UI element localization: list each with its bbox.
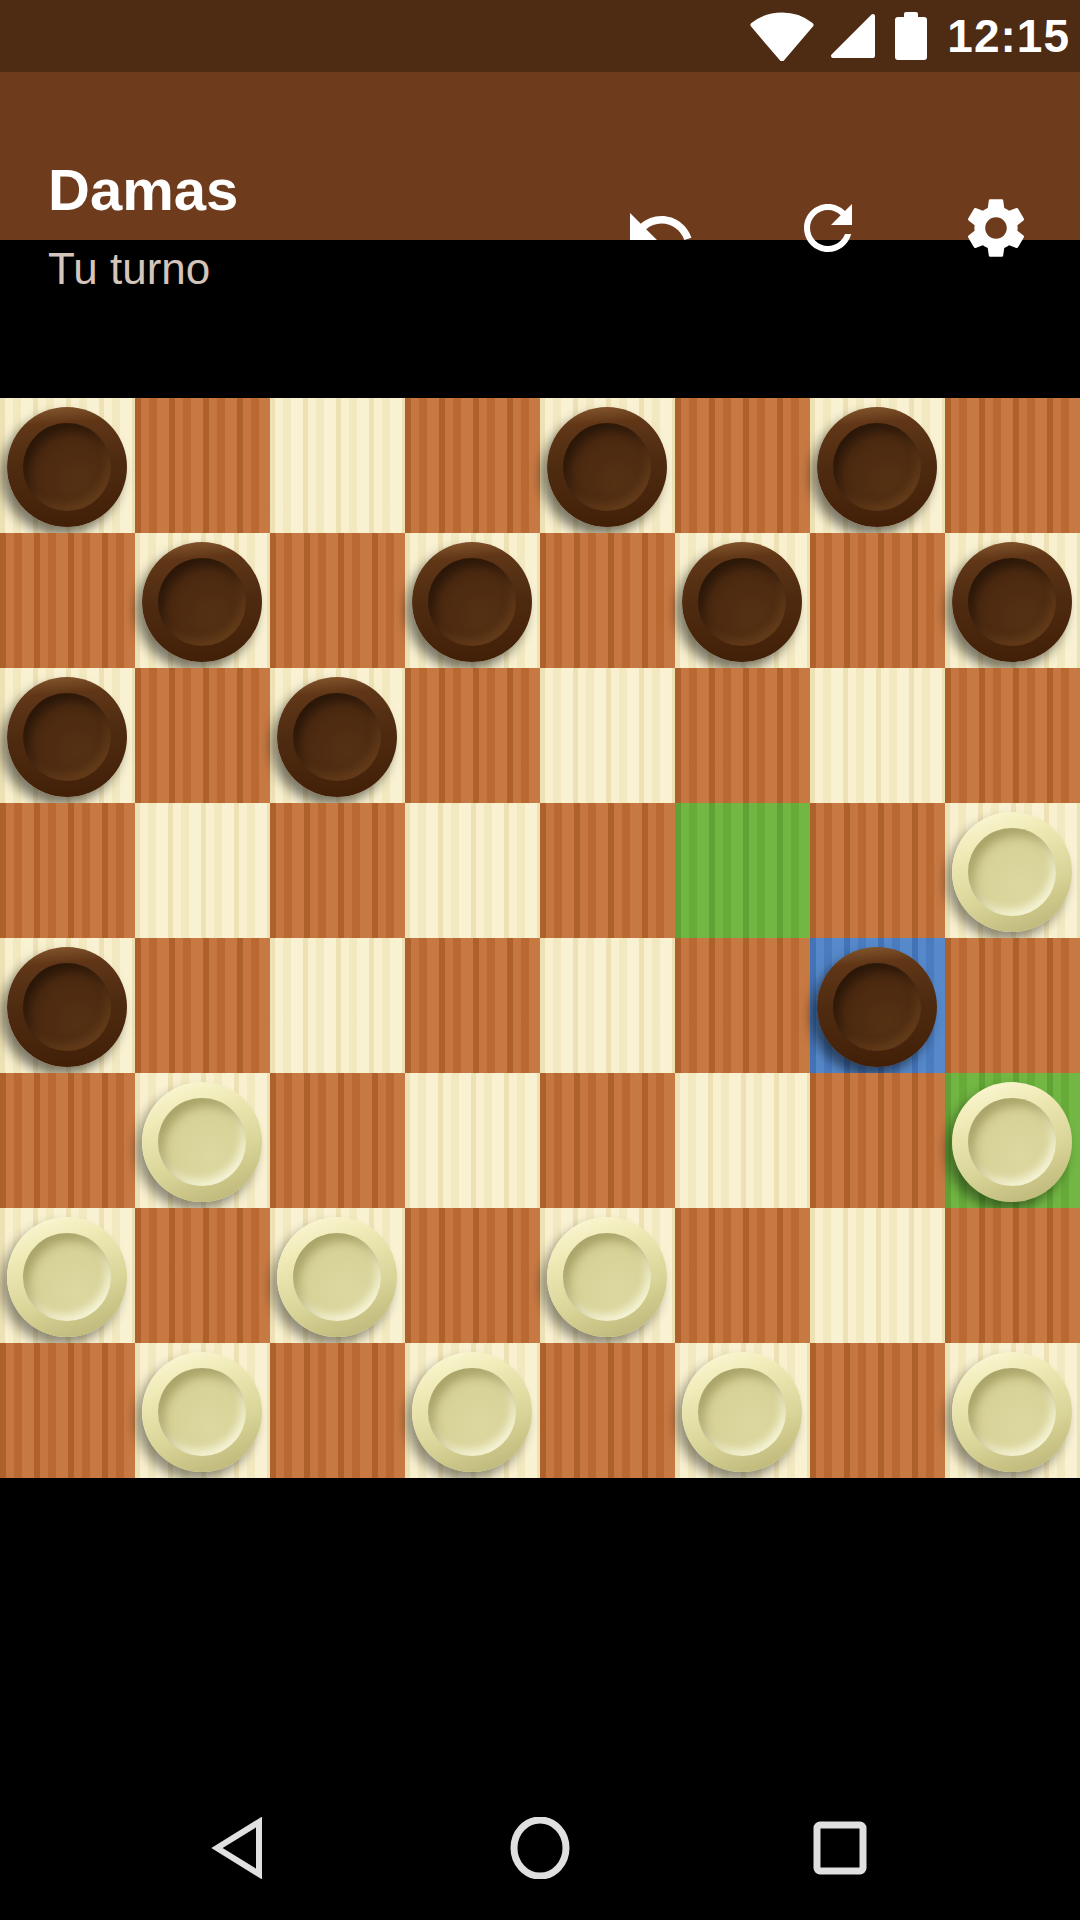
status-time: 12:15: [947, 0, 1070, 72]
square-r1c7[interactable]: [945, 533, 1080, 668]
turn-status-text: Tu turno: [48, 244, 210, 294]
piece-inner-ring: [833, 423, 921, 511]
nav-home-button[interactable]: [504, 1812, 576, 1884]
square-r2c7[interactable]: [945, 668, 1080, 803]
signal-icon: [829, 12, 877, 60]
square-r2c2[interactable]: [270, 668, 405, 803]
dark-piece[interactable]: [412, 542, 532, 662]
square-r2c1[interactable]: [135, 668, 270, 803]
square-r7c5[interactable]: [675, 1343, 810, 1478]
app-bar: Damas Tu turno: [0, 72, 1080, 240]
square-r6c4[interactable]: [540, 1208, 675, 1343]
square-r6c3[interactable]: [405, 1208, 540, 1343]
square-r5c2[interactable]: [270, 1073, 405, 1208]
square-r2c5[interactable]: [675, 668, 810, 803]
square-r3c1[interactable]: [135, 803, 270, 938]
square-r4c2[interactable]: [270, 938, 405, 1073]
app-title: Damas: [48, 158, 238, 222]
undo-button[interactable]: [624, 192, 696, 264]
square-r7c1[interactable]: [135, 1343, 270, 1478]
square-r1c6[interactable]: [810, 533, 945, 668]
piece-inner-ring: [158, 1098, 246, 1186]
square-r1c5[interactable]: [675, 533, 810, 668]
status-bar: 12:15: [0, 0, 1080, 72]
nav-back-button[interactable]: [201, 1812, 273, 1884]
piece-inner-ring: [158, 558, 246, 646]
square-r0c1[interactable]: [135, 398, 270, 533]
square-r4c4[interactable]: [540, 938, 675, 1073]
square-r5c4[interactable]: [540, 1073, 675, 1208]
light-piece[interactable]: [142, 1352, 262, 1472]
light-piece[interactable]: [277, 1217, 397, 1337]
square-r5c5[interactable]: [675, 1073, 810, 1208]
square-r0c3[interactable]: [405, 398, 540, 533]
square-r6c0[interactable]: [0, 1208, 135, 1343]
square-r1c2[interactable]: [270, 533, 405, 668]
square-r0c4[interactable]: [540, 398, 675, 533]
square-r5c1[interactable]: [135, 1073, 270, 1208]
square-r6c7[interactable]: [945, 1208, 1080, 1343]
square-r1c3[interactable]: [405, 533, 540, 668]
square-r1c0[interactable]: [0, 533, 135, 668]
square-r4c6[interactable]: [810, 938, 945, 1073]
square-r7c2[interactable]: [270, 1343, 405, 1478]
square-r4c0[interactable]: [0, 938, 135, 1073]
piece-inner-ring: [23, 693, 111, 781]
square-r2c4[interactable]: [540, 668, 675, 803]
piece-inner-ring: [23, 963, 111, 1051]
light-piece[interactable]: [952, 1082, 1072, 1202]
square-r7c3[interactable]: [405, 1343, 540, 1478]
square-r5c3[interactable]: [405, 1073, 540, 1208]
piece-inner-ring: [968, 828, 1056, 916]
piece-inner-ring: [23, 423, 111, 511]
square-r3c0[interactable]: [0, 803, 135, 938]
light-piece[interactable]: [547, 1217, 667, 1337]
square-r6c2[interactable]: [270, 1208, 405, 1343]
checkers-board: [0, 398, 1080, 1478]
square-r0c7[interactable]: [945, 398, 1080, 533]
dark-piece[interactable]: [817, 407, 937, 527]
square-r0c2[interactable]: [270, 398, 405, 533]
piece-inner-ring: [158, 1368, 246, 1456]
piece-inner-ring: [563, 1233, 651, 1321]
square-r6c1[interactable]: [135, 1208, 270, 1343]
settings-gear-icon[interactable]: [960, 192, 1032, 264]
square-r3c5[interactable]: [675, 803, 810, 938]
dark-piece[interactable]: [277, 677, 397, 797]
square-r7c0[interactable]: [0, 1343, 135, 1478]
square-r5c0[interactable]: [0, 1073, 135, 1208]
square-r2c3[interactable]: [405, 668, 540, 803]
square-r4c7[interactable]: [945, 938, 1080, 1073]
dark-piece[interactable]: [682, 542, 802, 662]
phone-screen: 12:15 Damas Tu turno: [0, 0, 1080, 1920]
dark-piece[interactable]: [142, 542, 262, 662]
piece-inner-ring: [428, 558, 516, 646]
light-piece[interactable]: [952, 812, 1072, 932]
square-r3c2[interactable]: [270, 803, 405, 938]
square-r3c6[interactable]: [810, 803, 945, 938]
dark-piece[interactable]: [952, 542, 1072, 662]
light-piece[interactable]: [412, 1352, 532, 1472]
square-r0c0[interactable]: [0, 398, 135, 533]
square-r3c7[interactable]: [945, 803, 1080, 938]
battery-icon: [895, 12, 927, 60]
redo-icon[interactable]: [792, 192, 864, 264]
square-r2c6[interactable]: [810, 668, 945, 803]
piece-inner-ring: [23, 1233, 111, 1321]
square-r0c5[interactable]: [675, 398, 810, 533]
square-r4c1[interactable]: [135, 938, 270, 1073]
dark-piece[interactable]: [7, 407, 127, 527]
wifi-icon: [749, 11, 815, 61]
piece-inner-ring: [698, 1368, 786, 1456]
square-r7c6[interactable]: [810, 1343, 945, 1478]
dark-piece[interactable]: [547, 407, 667, 527]
square-r1c1[interactable]: [135, 533, 270, 668]
piece-inner-ring: [833, 963, 921, 1051]
square-r5c6[interactable]: [810, 1073, 945, 1208]
square-r0c6[interactable]: [810, 398, 945, 533]
square-r7c4[interactable]: [540, 1343, 675, 1478]
piece-inner-ring: [968, 1368, 1056, 1456]
piece-inner-ring: [428, 1368, 516, 1456]
square-r3c4[interactable]: [540, 803, 675, 938]
dark-piece[interactable]: [7, 677, 127, 797]
square-r3c3[interactable]: [405, 803, 540, 938]
nav-recents-button[interactable]: [804, 1812, 876, 1884]
piece-inner-ring: [968, 1098, 1056, 1186]
square-r5c7[interactable]: [945, 1073, 1080, 1208]
square-r6c5[interactable]: [675, 1208, 810, 1343]
square-r2c0[interactable]: [0, 668, 135, 803]
light-piece[interactable]: [7, 1217, 127, 1337]
nav-bar: [0, 1776, 1080, 1920]
dark-piece[interactable]: [7, 947, 127, 1067]
light-piece[interactable]: [952, 1352, 1072, 1472]
dark-piece[interactable]: [817, 947, 937, 1067]
square-r7c7[interactable]: [945, 1343, 1080, 1478]
square-r1c4[interactable]: [540, 533, 675, 668]
piece-inner-ring: [698, 558, 786, 646]
piece-inner-ring: [563, 423, 651, 511]
piece-inner-ring: [293, 1233, 381, 1321]
piece-inner-ring: [293, 693, 381, 781]
light-piece[interactable]: [682, 1352, 802, 1472]
square-r4c5[interactable]: [675, 938, 810, 1073]
piece-inner-ring: [968, 558, 1056, 646]
square-r4c3[interactable]: [405, 938, 540, 1073]
light-piece[interactable]: [142, 1082, 262, 1202]
square-r6c6[interactable]: [810, 1208, 945, 1343]
